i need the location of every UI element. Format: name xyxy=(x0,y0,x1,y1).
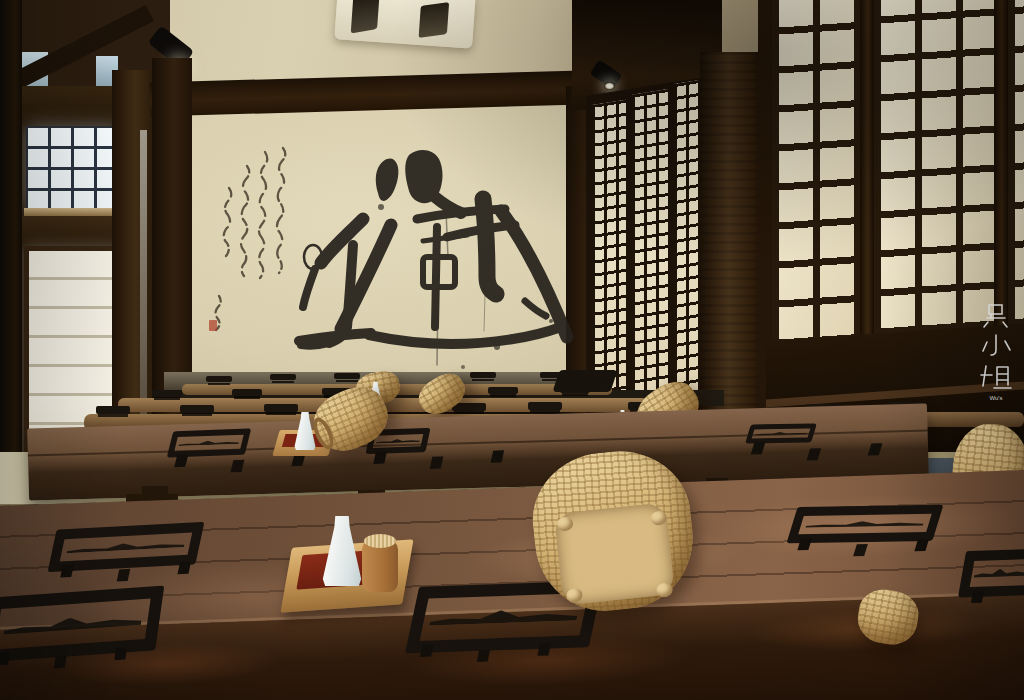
pot-trivet xyxy=(48,522,205,572)
pot-trivet xyxy=(232,389,262,396)
toothpick-holder xyxy=(362,540,398,592)
pot-trivet xyxy=(786,505,943,544)
vent-slot xyxy=(351,0,380,33)
window-panes xyxy=(28,128,118,208)
calligraphy-seal xyxy=(209,320,217,331)
pot-trivet xyxy=(270,374,296,380)
restaurant-interior-photo: Wu's xyxy=(0,0,1024,700)
pot-trivet xyxy=(470,372,496,378)
calligraphy-inscription xyxy=(205,138,300,343)
watermark: Wu's xyxy=(978,300,1014,404)
shoji-panel xyxy=(874,0,994,350)
pot-trivet xyxy=(958,548,1024,597)
shoji-panel xyxy=(592,100,626,405)
pot-trivet xyxy=(488,387,518,394)
pot-trivet xyxy=(206,376,232,382)
toothpicks xyxy=(364,534,396,548)
pot-trivet xyxy=(264,404,298,412)
pot-trivet xyxy=(0,586,164,663)
spotlight-lens xyxy=(604,82,615,90)
pot-trivet xyxy=(528,402,562,410)
pot-trivet xyxy=(745,423,817,443)
stacked-dark-object xyxy=(552,370,617,392)
vent-slot xyxy=(419,2,450,38)
shoji-panel xyxy=(632,89,668,403)
pot-trivet xyxy=(96,406,130,414)
pot-trivet xyxy=(167,429,251,458)
pot-trivet xyxy=(180,405,214,413)
shoji-panel xyxy=(772,0,860,345)
pot-trivet xyxy=(334,373,360,379)
pot-trivet xyxy=(152,390,182,397)
watermark-subtext: Wu's xyxy=(989,395,1002,401)
lattice-window xyxy=(26,126,120,210)
